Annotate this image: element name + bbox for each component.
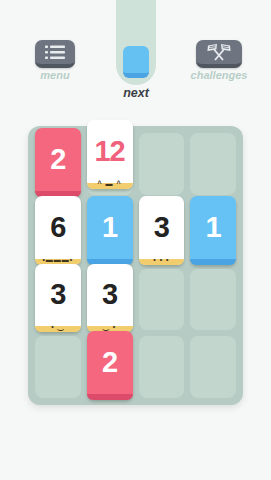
challenges-label: challenges: [175, 69, 263, 81]
board-cell: [190, 133, 236, 195]
tile-12: 12^ ▬ ^: [87, 120, 133, 189]
menu-label: menu: [24, 69, 86, 81]
board-cell: [190, 269, 236, 331]
challenges-button[interactable]: [196, 40, 242, 68]
tile-2: 2: [35, 128, 81, 197]
next-label: next: [105, 86, 167, 100]
tile-3: 3• • •: [139, 196, 185, 265]
menu-button[interactable]: [35, 40, 75, 68]
board-cell: 2: [87, 336, 133, 398]
board-cell: [139, 336, 185, 398]
board-cell: [139, 269, 185, 331]
board-cell: 1: [190, 201, 236, 263]
board-cell: 3• ‿: [35, 269, 81, 331]
board-cell: [190, 336, 236, 398]
tile-3: 3• ‿: [35, 264, 81, 333]
tile-3: 3‿ •: [87, 264, 133, 333]
tile-6: 6•▬▬▬•: [35, 196, 81, 265]
list-icon: [45, 45, 65, 60]
crossed-flags-icon: [207, 44, 231, 61]
tile-2: 2: [87, 331, 133, 400]
board-cell: 1: [87, 201, 133, 263]
board-cell: 6•▬▬▬•: [35, 201, 81, 263]
threes-app: { "game": "Threes!", "position": { "grid…: [0, 0, 271, 480]
tile-1: 1: [190, 196, 236, 265]
board-cell: 3• • •: [139, 201, 185, 263]
board-grid[interactable]: 212^ ▬ ^6•▬▬▬•13• • •13• ‿3‿ •2: [28, 126, 243, 405]
board-cell: [139, 133, 185, 195]
board-cell: [35, 336, 81, 398]
next-tile-strip: [116, 0, 156, 85]
next-tile-card: [123, 46, 149, 78]
tile-1: 1: [87, 196, 133, 265]
board-cell: 12^ ▬ ^: [87, 133, 133, 195]
board-cell: 2: [35, 133, 81, 195]
board-cell: 3‿ •: [87, 269, 133, 331]
